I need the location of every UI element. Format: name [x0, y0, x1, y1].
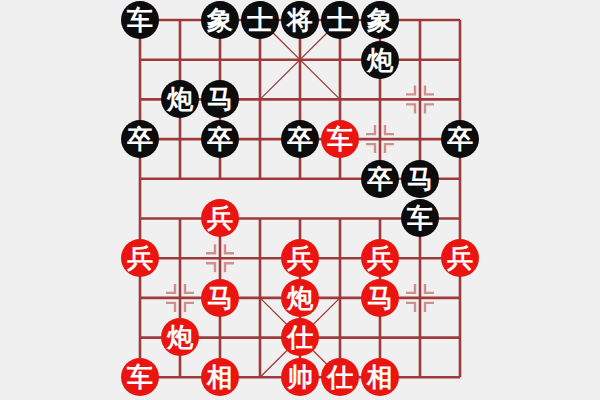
board-point: 卒 [200, 119, 240, 159]
piece-glyph: 卒 [127, 126, 153, 152]
piece-black-advisor[interactable]: 士 [321, 1, 359, 39]
piece-black-cannon[interactable]: 炮 [361, 41, 399, 79]
board-point: 卒 [280, 119, 320, 159]
board-point: 炮 [160, 79, 200, 119]
piece-red-cannon[interactable]: 炮 [281, 279, 319, 317]
board-point: 相 [200, 357, 240, 397]
piece-black-soldier[interactable]: 卒 [361, 160, 399, 198]
piece-red-chariot[interactable]: 车 [121, 358, 159, 396]
board-point: 兵 [360, 238, 400, 278]
piece-black-elephant[interactable]: 象 [201, 1, 239, 39]
piece-glyph: 仕 [287, 324, 313, 350]
piece-glyph: 马 [407, 166, 433, 192]
board-point: 兵 [120, 238, 160, 278]
piece-glyph: 车 [407, 205, 433, 231]
board-point: 车 [120, 357, 160, 397]
piece-red-advisor[interactable]: 仕 [321, 358, 359, 396]
piece-glyph: 兵 [287, 245, 313, 271]
piece-red-soldier[interactable]: 兵 [281, 239, 319, 277]
piece-red-advisor[interactable]: 仕 [281, 318, 319, 356]
piece-glyph: 士 [247, 7, 273, 33]
board-point: 将 [280, 0, 320, 40]
board-point: 车 [400, 198, 440, 238]
piece-glyph: 象 [367, 7, 393, 33]
piece-red-soldier[interactable]: 兵 [121, 239, 159, 277]
piece-black-chariot[interactable]: 车 [401, 199, 439, 237]
piece-glyph: 兵 [447, 245, 473, 271]
piece-glyph: 炮 [367, 47, 393, 73]
piece-glyph: 相 [207, 364, 233, 390]
piece-black-horse[interactable]: 马 [401, 160, 439, 198]
piece-glyph: 卒 [207, 126, 233, 152]
board-point: 象 [360, 0, 400, 40]
piece-glyph: 炮 [167, 324, 193, 350]
piece-glyph: 将 [287, 7, 313, 33]
piece-black-soldier[interactable]: 卒 [201, 120, 239, 158]
board-point: 仕 [280, 318, 320, 358]
piece-glyph: 仕 [327, 364, 353, 390]
board-point: 士 [240, 0, 280, 40]
board-point: 炮 [280, 278, 320, 318]
board-point: 卒 [440, 119, 480, 159]
piece-black-horse[interactable]: 马 [201, 80, 239, 118]
piece-glyph: 帅 [287, 364, 313, 390]
board-point: 马 [200, 79, 240, 119]
piece-glyph: 兵 [367, 245, 393, 271]
piece-glyph: 炮 [287, 285, 313, 311]
piece-red-chariot[interactable]: 车 [321, 120, 359, 158]
piece-glyph: 马 [367, 285, 393, 311]
piece-black-elephant[interactable]: 象 [361, 1, 399, 39]
board-point: 卒 [360, 159, 400, 199]
piece-red-soldier[interactable]: 兵 [361, 239, 399, 277]
piece-black-advisor[interactable]: 士 [241, 1, 279, 39]
piece-red-horse[interactable]: 马 [361, 279, 399, 317]
piece-glyph: 兵 [127, 245, 153, 271]
piece-glyph: 马 [207, 86, 233, 112]
board-point: 相 [360, 357, 400, 397]
board-point: 车 [320, 119, 360, 159]
board-point: 兵 [280, 238, 320, 278]
piece-red-cannon[interactable]: 炮 [161, 318, 199, 356]
piece-black-general[interactable]: 将 [281, 1, 319, 39]
board-point: 马 [400, 159, 440, 199]
piece-glyph: 车 [127, 7, 153, 33]
piece-glyph: 车 [327, 126, 353, 152]
piece-black-chariot[interactable]: 车 [121, 1, 159, 39]
piece-layer: 车象士将士象炮炮马卒卒卒车卒卒马兵车兵兵兵兵马炮马炮仕车相帅仕相 [120, 0, 480, 397]
board-point: 仕 [320, 357, 360, 397]
board-point: 马 [360, 278, 400, 318]
piece-red-general[interactable]: 帅 [281, 358, 319, 396]
piece-black-soldier[interactable]: 卒 [121, 120, 159, 158]
board-point: 车 [120, 0, 160, 40]
piece-red-elephant[interactable]: 相 [361, 358, 399, 396]
piece-glyph: 象 [207, 7, 233, 33]
piece-red-soldier[interactable]: 兵 [201, 199, 239, 237]
piece-glyph: 士 [327, 7, 353, 33]
piece-glyph: 炮 [167, 86, 193, 112]
board-point: 象 [200, 0, 240, 40]
piece-glyph: 相 [367, 364, 393, 390]
board-point: 炮 [360, 40, 400, 80]
piece-black-soldier[interactable]: 卒 [441, 120, 479, 158]
piece-black-soldier[interactable]: 卒 [281, 120, 319, 158]
board-point: 炮 [160, 318, 200, 358]
xiangqi-board: 车象士将士象炮炮马卒卒卒车卒卒马兵车兵兵兵兵马炮马炮仕车相帅仕相 [0, 0, 600, 400]
piece-black-cannon[interactable]: 炮 [161, 80, 199, 118]
board-point: 兵 [200, 198, 240, 238]
piece-red-soldier[interactable]: 兵 [441, 239, 479, 277]
piece-red-elephant[interactable]: 相 [201, 358, 239, 396]
piece-glyph: 卒 [447, 126, 473, 152]
piece-glyph: 兵 [207, 205, 233, 231]
board-point: 兵 [440, 238, 480, 278]
board-point: 帅 [280, 357, 320, 397]
piece-glyph: 卒 [287, 126, 313, 152]
piece-glyph: 卒 [367, 166, 393, 192]
piece-red-horse[interactable]: 马 [201, 279, 239, 317]
piece-glyph: 马 [207, 285, 233, 311]
board-point: 士 [320, 0, 360, 40]
board-point: 卒 [120, 119, 160, 159]
piece-glyph: 车 [127, 364, 153, 390]
board-point: 马 [200, 278, 240, 318]
